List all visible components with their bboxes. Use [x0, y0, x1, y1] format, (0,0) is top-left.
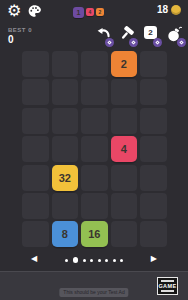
board-cell-r1c1[interactable] [22, 51, 49, 77]
page-dot-5[interactable] [98, 259, 101, 262]
page-dots [65, 252, 123, 268]
board-cell-r5c2[interactable]: 32 [52, 165, 79, 191]
tile-32[interactable]: 32 [52, 165, 79, 191]
page-dot-1[interactable] [65, 259, 68, 262]
gem-icon [179, 40, 183, 44]
tile-4[interactable]: 4 [111, 136, 138, 162]
gem-icon [131, 40, 135, 44]
tile-swap-button[interactable]: 2 [142, 26, 159, 46]
board-cell-r6c4[interactable] [111, 193, 138, 219]
board-cell-r5c1[interactable] [22, 165, 49, 191]
settings-gear-icon[interactable]: ⚙ [7, 2, 21, 20]
next-tiles-queue: 142 [73, 5, 104, 19]
coin-count: 18 [157, 4, 168, 15]
tile-swap-cost-badge [153, 38, 162, 47]
board-cell-r2c1[interactable] [22, 79, 49, 105]
page-dot-7[interactable] [113, 259, 116, 262]
board-cell-r5c5[interactable] [140, 165, 167, 191]
board-cell-r3c5[interactable] [140, 108, 167, 134]
logo-bottom-bar [161, 290, 174, 292]
board-cell-r2c2[interactable] [52, 79, 79, 105]
bomb-button[interactable] [166, 26, 183, 46]
logo-top-bar [161, 280, 174, 282]
board-cell-r7c1[interactable] [22, 221, 49, 247]
current-score: 0 [8, 34, 14, 45]
best-score-label: BEST 0 [8, 27, 32, 33]
queue-tile-2: 2 [96, 8, 104, 16]
board-cell-r4c5[interactable] [140, 136, 167, 162]
board-cell-r1c4[interactable]: 2 [111, 51, 138, 77]
queue-tile-4: 4 [86, 8, 94, 16]
pager-left-arrow[interactable]: ◀ [31, 254, 37, 263]
ad-banner[interactable]: GAME This should be your Test Ad [0, 271, 188, 300]
coin-counter: 18 [157, 4, 181, 15]
board-cell-r3c2[interactable] [52, 108, 79, 134]
board-cell-r7c5[interactable] [140, 221, 167, 247]
theme-palette-icon[interactable] [27, 4, 42, 21]
board-cell-r1c5[interactable] [140, 51, 167, 77]
undo-cost-badge [105, 38, 114, 47]
board-cell-r3c4[interactable] [111, 108, 138, 134]
board-cell-r7c2[interactable]: 8 [52, 221, 79, 247]
board-cell-r4c1[interactable] [22, 136, 49, 162]
board-cell-r6c2[interactable] [52, 193, 79, 219]
board-grid: 2432816 [22, 51, 167, 247]
board-cell-r6c5[interactable] [140, 193, 167, 219]
top-bar: ⚙ 142 18 [0, 0, 188, 24]
board-cell-r3c3[interactable] [81, 108, 108, 134]
board-cell-r5c3[interactable] [81, 165, 108, 191]
tile-8[interactable]: 8 [52, 221, 79, 247]
board-cell-r4c3[interactable] [81, 136, 108, 162]
board-cell-r1c3[interactable] [81, 51, 108, 77]
queue-tile-1: 1 [73, 7, 84, 18]
tile-16[interactable]: 16 [81, 221, 108, 247]
ad-placeholder-text: This should be your Test Ad [59, 288, 128, 297]
board-cell-r2c4[interactable] [111, 79, 138, 105]
palette-icon [27, 4, 42, 18]
page-dot-6[interactable] [105, 259, 108, 262]
board-cell-r7c4[interactable] [111, 221, 138, 247]
board-cell-r5c4[interactable] [111, 165, 138, 191]
hammer-cost-badge [129, 38, 138, 47]
board-cell-r6c3[interactable] [81, 193, 108, 219]
board-cell-r2c3[interactable] [81, 79, 108, 105]
page-dot-2[interactable] [73, 257, 79, 263]
hammer-button[interactable] [118, 26, 135, 46]
page-dot-3[interactable] [83, 259, 86, 262]
game-screen: ⚙ 142 18 BEST 0 0 [0, 0, 188, 300]
board-pager: ◀ ▶ [0, 252, 188, 268]
gem-icon [155, 40, 159, 44]
board-cell-r2c5[interactable] [140, 79, 167, 105]
board-cell-r1c2[interactable] [52, 51, 79, 77]
board-cell-r4c2[interactable] [52, 136, 79, 162]
logo-text: GAME [158, 283, 176, 289]
page-dot-4[interactable] [90, 259, 93, 262]
tile-2[interactable]: 2 [111, 51, 138, 77]
bomb-cost-badge [177, 38, 186, 47]
gem-icon [107, 40, 111, 44]
board-cell-r4c4[interactable]: 4 [111, 136, 138, 162]
page-dot-8[interactable] [120, 259, 123, 262]
board-cell-r7c3[interactable]: 16 [81, 221, 108, 247]
undo-button[interactable] [94, 26, 111, 46]
board-cell-r6c1[interactable] [22, 193, 49, 219]
powerup-bar: 2 [94, 26, 183, 46]
numbered-tile-icon: 2 [144, 26, 157, 39]
pager-right-arrow[interactable]: ▶ [151, 254, 157, 263]
board-cell-r3c1[interactable] [22, 108, 49, 134]
game-logo-badge: GAME [157, 277, 178, 295]
coin-icon [171, 5, 181, 15]
